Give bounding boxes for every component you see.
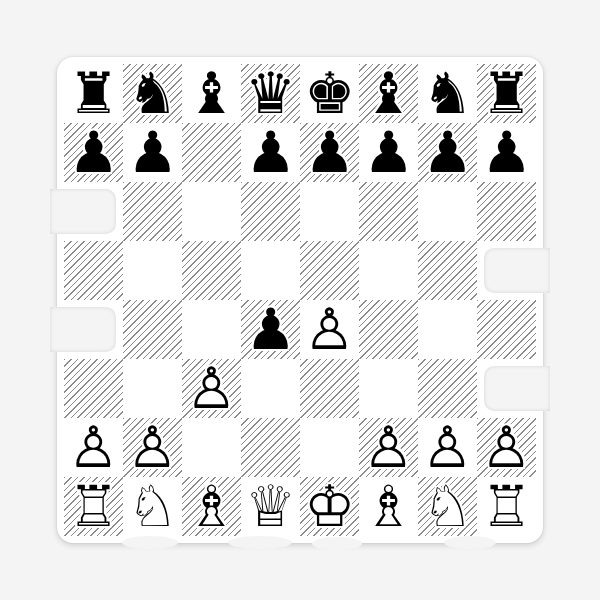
square-f8: ♝♝ <box>359 64 418 123</box>
square-d5 <box>241 241 300 300</box>
square-f7: ♟♟ <box>359 123 418 182</box>
square-b4 <box>123 300 182 359</box>
square-f5 <box>359 241 418 300</box>
black-queen: ♛♛ <box>241 64 300 123</box>
square-g2: ♟♙ <box>418 418 477 477</box>
square-b5 <box>123 241 182 300</box>
white-bishop: ♝♗ <box>359 477 418 536</box>
square-c3: ♟♙ <box>182 359 241 418</box>
square-b3 <box>123 359 182 418</box>
white-king: ♚♔ <box>300 477 359 536</box>
square-c6 <box>182 182 241 241</box>
white-pawn: ♟♙ <box>123 418 182 477</box>
square-e6 <box>300 182 359 241</box>
square-h8: ♜♜ <box>477 64 536 123</box>
white-rook: ♜♖ <box>477 477 536 536</box>
black-pawn: ♟♟ <box>123 123 182 182</box>
square-h1: ♜♖ <box>477 477 536 536</box>
square-g8: ♞♞ <box>418 64 477 123</box>
square-e1: ♚♔ <box>300 477 359 536</box>
square-e3 <box>300 359 359 418</box>
square-d6 <box>241 182 300 241</box>
white-rook: ♜♖ <box>64 477 123 536</box>
black-pawn: ♟♟ <box>418 123 477 182</box>
square-d2 <box>241 418 300 477</box>
square-d7: ♟♟ <box>241 123 300 182</box>
square-e7: ♟♟ <box>300 123 359 182</box>
square-a3 <box>64 359 123 418</box>
sticker-edge-wave <box>312 537 362 550</box>
white-knight: ♞♘ <box>418 477 477 536</box>
square-c7 <box>182 123 241 182</box>
square-f1: ♝♗ <box>359 477 418 536</box>
white-pawn: ♟♙ <box>300 300 359 359</box>
sticker-die-cut-notch-a4 <box>50 307 116 352</box>
chess-board: ♜♜♞♞♝♝♛♛♚♚♝♝♞♞♜♜♟♟♟♟♟♟♟♟♟♟♟♟♟♟♟♟♟♙♟♙♟♙♟♙… <box>64 64 536 536</box>
white-bishop: ♝♗ <box>182 477 241 536</box>
square-b1: ♞♘ <box>123 477 182 536</box>
sticker-die-cut-notch-a6 <box>50 189 116 234</box>
black-pawn: ♟♟ <box>241 300 300 359</box>
black-knight: ♞♞ <box>123 64 182 123</box>
square-e4: ♟♙ <box>300 300 359 359</box>
square-d3 <box>241 359 300 418</box>
square-g6 <box>418 182 477 241</box>
square-h4 <box>477 300 536 359</box>
square-a1: ♜♖ <box>64 477 123 536</box>
square-e5 <box>300 241 359 300</box>
square-e8: ♚♚ <box>300 64 359 123</box>
square-f4 <box>359 300 418 359</box>
sticker-edge-wave <box>228 536 292 549</box>
square-e2 <box>300 418 359 477</box>
square-g7: ♟♟ <box>418 123 477 182</box>
square-d1: ♛♕ <box>241 477 300 536</box>
square-c5 <box>182 241 241 300</box>
square-a7: ♟♟ <box>64 123 123 182</box>
square-c2 <box>182 418 241 477</box>
square-f2: ♟♙ <box>359 418 418 477</box>
white-pawn: ♟♙ <box>418 418 477 477</box>
square-c1: ♝♗ <box>182 477 241 536</box>
black-pawn: ♟♟ <box>477 123 536 182</box>
white-pawn: ♟♙ <box>477 418 536 477</box>
white-pawn: ♟♙ <box>64 418 123 477</box>
square-d4: ♟♟ <box>241 300 300 359</box>
square-h6 <box>477 182 536 241</box>
page-background: ♜♜♞♞♝♝♛♛♚♚♝♝♞♞♜♜♟♟♟♟♟♟♟♟♟♟♟♟♟♟♟♟♟♙♟♙♟♙♟♙… <box>0 0 600 600</box>
square-c8: ♝♝ <box>182 64 241 123</box>
square-a2: ♟♙ <box>64 418 123 477</box>
square-a5 <box>64 241 123 300</box>
white-pawn: ♟♙ <box>359 418 418 477</box>
white-pawn: ♟♙ <box>182 359 241 418</box>
square-g5 <box>418 241 477 300</box>
square-b2: ♟♙ <box>123 418 182 477</box>
black-pawn: ♟♟ <box>64 123 123 182</box>
black-king: ♚♚ <box>300 64 359 123</box>
black-pawn: ♟♟ <box>300 123 359 182</box>
square-b7: ♟♟ <box>123 123 182 182</box>
square-d8: ♛♛ <box>241 64 300 123</box>
white-queen: ♛♕ <box>241 477 300 536</box>
square-f6 <box>359 182 418 241</box>
square-h2: ♟♙ <box>477 418 536 477</box>
black-rook: ♜♜ <box>477 64 536 123</box>
square-g1: ♞♘ <box>418 477 477 536</box>
square-f3 <box>359 359 418 418</box>
black-pawn: ♟♟ <box>241 123 300 182</box>
square-g4 <box>418 300 477 359</box>
sticker-die-cut-notch-h3 <box>484 366 550 411</box>
black-bishop: ♝♝ <box>182 64 241 123</box>
square-a8: ♜♜ <box>64 64 123 123</box>
black-bishop: ♝♝ <box>359 64 418 123</box>
square-b8: ♞♞ <box>123 64 182 123</box>
black-rook: ♜♜ <box>64 64 123 123</box>
black-knight: ♞♞ <box>418 64 477 123</box>
square-b6 <box>123 182 182 241</box>
sticker-die-cut-notch-h5 <box>484 248 550 293</box>
chess-sticker: ♜♜♞♞♝♝♛♛♚♚♝♝♞♞♜♜♟♟♟♟♟♟♟♟♟♟♟♟♟♟♟♟♟♙♟♙♟♙♟♙… <box>57 57 543 543</box>
square-h7: ♟♟ <box>477 123 536 182</box>
square-c4 <box>182 300 241 359</box>
black-pawn: ♟♟ <box>359 123 418 182</box>
sticker-edge-wave <box>444 536 496 549</box>
white-knight: ♞♘ <box>123 477 182 536</box>
sticker-edge-wave <box>122 536 178 549</box>
square-g3 <box>418 359 477 418</box>
